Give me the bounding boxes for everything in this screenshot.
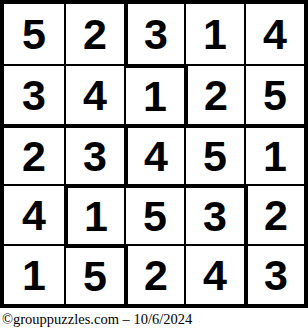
puzzle-page: 5231434125234514153215243 ©grouppuzzles.…	[0, 0, 308, 329]
cell-r4c4[interactable]: 3	[184, 184, 244, 244]
cell-r3c5[interactable]: 1	[244, 124, 304, 184]
cell-r5c5[interactable]: 3	[244, 244, 304, 304]
cell-r4c5[interactable]: 2	[244, 184, 304, 244]
cell-r2c1[interactable]: 3	[4, 64, 64, 124]
cell-r5c4[interactable]: 4	[184, 244, 244, 304]
cell-r3c3[interactable]: 4	[124, 124, 184, 184]
cell-r2c4[interactable]: 2	[184, 64, 244, 124]
cell-r2c3[interactable]: 1	[124, 64, 184, 124]
cell-r1c3[interactable]: 3	[124, 4, 184, 64]
copyright-credit: ©grouppuzzles.com – 10/6/2024	[0, 308, 308, 329]
cell-r5c1[interactable]: 1	[4, 244, 64, 304]
cell-r3c2[interactable]: 3	[64, 124, 124, 184]
sudoku-board: 5231434125234514153215243	[0, 0, 308, 308]
cell-r4c1[interactable]: 4	[4, 184, 64, 244]
cell-r5c3[interactable]: 2	[124, 244, 184, 304]
cell-r4c3[interactable]: 5	[124, 184, 184, 244]
cell-r1c5[interactable]: 4	[244, 4, 304, 64]
cell-r1c4[interactable]: 1	[184, 4, 244, 64]
cell-r1c1[interactable]: 5	[4, 4, 64, 64]
cell-r3c4[interactable]: 5	[184, 124, 244, 184]
cell-r3c1[interactable]: 2	[4, 124, 64, 184]
cell-r2c2[interactable]: 4	[64, 64, 124, 124]
cell-r1c2[interactable]: 2	[64, 4, 124, 64]
cell-r4c2[interactable]: 1	[64, 184, 124, 244]
cell-r2c5[interactable]: 5	[244, 64, 304, 124]
cell-r5c2[interactable]: 5	[64, 244, 124, 304]
